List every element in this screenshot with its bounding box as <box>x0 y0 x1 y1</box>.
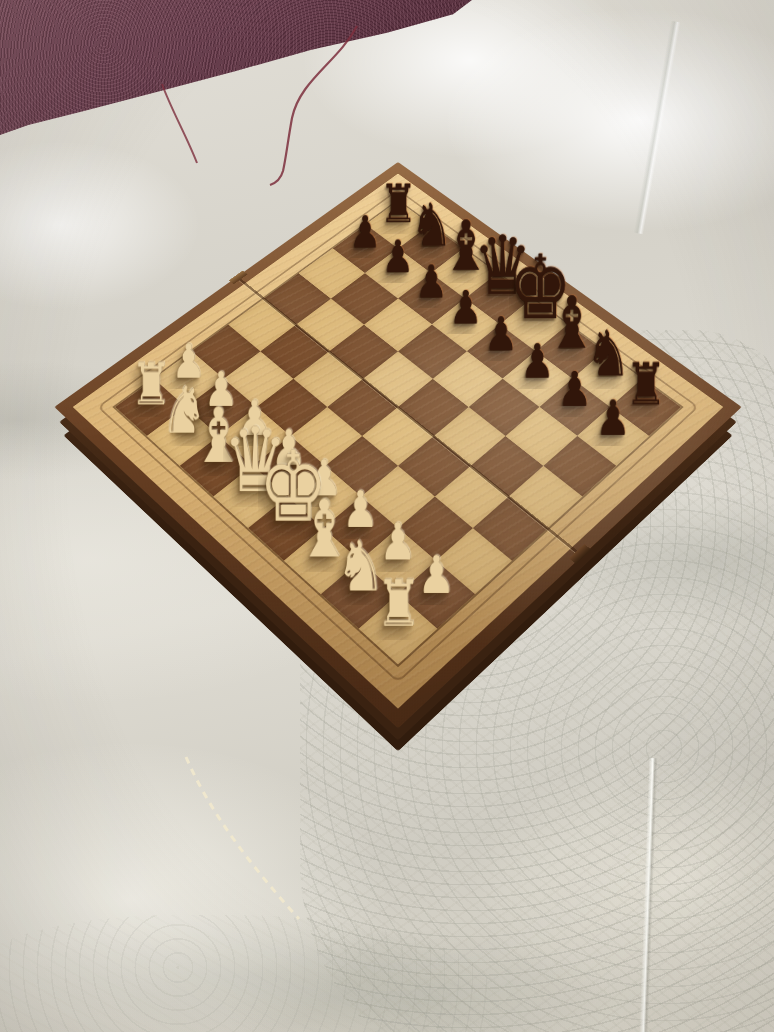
square-e7: ♟ <box>467 325 536 379</box>
piece-white-pawn: ♟ <box>191 365 250 413</box>
square-a6 <box>299 249 365 299</box>
piece-black-knight: ♞ <box>404 196 459 255</box>
square-b7: ♟ <box>365 249 431 299</box>
square-d5 <box>363 351 433 407</box>
piece-black-pawn: ♟ <box>472 310 530 357</box>
square-a2: ♟ <box>154 351 224 407</box>
piece-black-pawn: ♟ <box>338 210 393 254</box>
photo-scene: ♜♞♝♛♚♝♞♜♟♟♟♟♟♟♟♟♟♟♟♟♟♟♟♟♜♞♝♛♚♝♞♜ <box>0 0 774 1032</box>
square-f7: ♟ <box>503 351 573 407</box>
chess-set: ♜♞♝♛♚♝♞♜♟♟♟♟♟♟♟♟♟♟♟♟♟♟♟♟♜♞♝♛♚♝♞♜ <box>155 164 641 650</box>
square-e8: ♚ <box>500 299 568 352</box>
piece-black-knight: ♞ <box>579 322 637 385</box>
board-squares: ♜♞♝♛♚♝♞♜♟♟♟♟♟♟♟♟♟♟♟♟♟♟♟♟♜♞♝♛♚♝♞♜ <box>115 201 681 664</box>
square-c6 <box>364 299 432 352</box>
piece-black-pawn: ♟ <box>403 259 459 304</box>
square-a8: ♜ <box>366 201 430 249</box>
square-c5 <box>329 325 398 379</box>
piece-black-pawn: ♟ <box>508 337 566 384</box>
piece-black-rook: ♜ <box>372 178 426 231</box>
box-hinge <box>229 270 248 284</box>
square-d7: ♟ <box>432 299 500 352</box>
square-b5 <box>296 299 364 352</box>
piece-black-pawn: ♟ <box>370 234 425 279</box>
square-g8: ♞ <box>572 351 642 407</box>
piece-white-pawn: ♟ <box>159 337 217 384</box>
square-d6 <box>398 325 467 379</box>
square-b8: ♞ <box>398 224 463 273</box>
square-e6 <box>433 351 503 407</box>
piece-black-bishop: ♝ <box>543 286 601 358</box>
chess-board: ♜♞♝♛♚♝♞♜♟♟♟♟♟♟♟♟♟♟♟♟♟♟♟♟♜♞♝♛♚♝♞♜ <box>54 162 741 728</box>
piece-black-bishop: ♝ <box>438 211 493 280</box>
square-a5 <box>264 273 331 324</box>
square-c4 <box>293 351 363 407</box>
square-c7: ♟ <box>398 273 465 324</box>
square-a4 <box>228 299 296 352</box>
piece-black-king: ♚ <box>509 244 566 332</box>
piece-black-pawn: ♟ <box>437 284 494 330</box>
square-a3 <box>192 325 261 379</box>
square-c8: ♝ <box>431 249 497 299</box>
square-b3 <box>224 351 294 407</box>
square-f8: ♝ <box>536 325 605 379</box>
square-b4 <box>260 325 329 379</box>
piece-black-pawn: ♟ <box>545 365 604 413</box>
square-a7: ♟ <box>333 224 398 273</box>
piece-black-queen: ♛ <box>473 225 529 306</box>
square-b6 <box>331 273 398 324</box>
square-d8: ♛ <box>465 273 532 324</box>
